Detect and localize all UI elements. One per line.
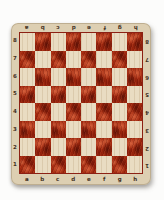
square-h1 <box>127 156 142 174</box>
square-g4 <box>112 103 127 121</box>
file-labels-top: abcdefgh <box>11 23 151 32</box>
product-photo-background: abcdefgh 87654321 87654321 abcdefgh <box>0 0 164 200</box>
square-f8 <box>96 33 111 51</box>
file-labels-bottom: abcdefgh <box>11 174 151 185</box>
rank-labels-left: 87654321 <box>11 32 19 174</box>
corner-spacer <box>143 23 151 32</box>
file-label-top-h: h <box>128 23 144 32</box>
square-h8 <box>127 33 142 51</box>
rank-labels-right: 87654321 <box>143 32 151 174</box>
square-a6 <box>20 68 35 86</box>
square-e5 <box>81 86 96 104</box>
file-label-top-a: a <box>19 23 35 32</box>
square-h6 <box>127 68 142 86</box>
rank-label-right-3: 3 <box>143 121 151 139</box>
square-d8 <box>66 33 81 51</box>
file-label-bottom-b: b <box>35 174 51 185</box>
square-c1 <box>51 156 66 174</box>
corner-spacer <box>11 174 19 185</box>
square-f6 <box>96 68 111 86</box>
square-e2 <box>81 138 96 156</box>
square-c2 <box>51 138 66 156</box>
file-label-top-c: c <box>50 23 66 32</box>
square-b4 <box>35 103 50 121</box>
square-g8 <box>112 33 127 51</box>
square-b8 <box>35 33 50 51</box>
square-f3 <box>96 121 111 139</box>
square-d4 <box>66 103 81 121</box>
square-b6 <box>35 68 50 86</box>
file-label-top-f: f <box>97 23 113 32</box>
square-f4 <box>96 103 111 121</box>
square-a7 <box>20 51 35 69</box>
corner-spacer <box>11 23 19 32</box>
square-d6 <box>66 68 81 86</box>
square-g7 <box>112 51 127 69</box>
rank-label-left-4: 4 <box>11 103 19 121</box>
square-c4 <box>51 103 66 121</box>
file-label-bottom-e: e <box>81 174 97 185</box>
rank-label-right-5: 5 <box>143 85 151 103</box>
rank-label-right-4: 4 <box>143 103 151 121</box>
square-f2 <box>96 138 111 156</box>
rank-label-left-8: 8 <box>11 32 19 50</box>
square-c7 <box>51 51 66 69</box>
square-b2 <box>35 138 50 156</box>
square-d2 <box>66 138 81 156</box>
square-g3 <box>112 121 127 139</box>
square-e6 <box>81 68 96 86</box>
file-label-bottom-h: h <box>128 174 144 185</box>
square-c8 <box>51 33 66 51</box>
square-e8 <box>81 33 96 51</box>
square-a4 <box>20 103 35 121</box>
rank-label-left-6: 6 <box>11 68 19 86</box>
playing-area <box>19 32 143 174</box>
rank-label-left-3: 3 <box>11 121 19 139</box>
square-a8 <box>20 33 35 51</box>
square-b1 <box>35 156 50 174</box>
square-g6 <box>112 68 127 86</box>
rank-label-right-7: 7 <box>143 50 151 68</box>
square-f7 <box>96 51 111 69</box>
square-c6 <box>51 68 66 86</box>
square-h2 <box>127 138 142 156</box>
square-h5 <box>127 86 142 104</box>
rank-label-right-6: 6 <box>143 68 151 86</box>
square-d5 <box>66 86 81 104</box>
chess-board: abcdefgh 87654321 87654321 abcdefgh <box>11 23 151 185</box>
square-f5 <box>96 86 111 104</box>
square-a1 <box>20 156 35 174</box>
square-b5 <box>35 86 50 104</box>
square-b7 <box>35 51 50 69</box>
rank-label-left-7: 7 <box>11 50 19 68</box>
file-label-bottom-c: c <box>50 174 66 185</box>
square-d7 <box>66 51 81 69</box>
rank-label-right-1: 1 <box>143 156 151 174</box>
board-middle: 87654321 87654321 <box>11 32 151 174</box>
file-label-bottom-f: f <box>97 174 113 185</box>
rank-label-right-2: 2 <box>143 139 151 157</box>
file-label-bottom-g: g <box>112 174 128 185</box>
square-e3 <box>81 121 96 139</box>
square-d3 <box>66 121 81 139</box>
square-e4 <box>81 103 96 121</box>
file-label-top-d: d <box>66 23 82 32</box>
square-h7 <box>127 51 142 69</box>
square-a2 <box>20 138 35 156</box>
square-c3 <box>51 121 66 139</box>
file-label-bottom-d: d <box>66 174 82 185</box>
file-label-top-b: b <box>35 23 51 32</box>
file-label-top-g: g <box>112 23 128 32</box>
square-g5 <box>112 86 127 104</box>
file-label-top-e: e <box>81 23 97 32</box>
square-c5 <box>51 86 66 104</box>
square-a3 <box>20 121 35 139</box>
square-f1 <box>96 156 111 174</box>
square-h3 <box>127 121 142 139</box>
square-d1 <box>66 156 81 174</box>
rank-label-left-1: 1 <box>11 156 19 174</box>
square-g2 <box>112 138 127 156</box>
rank-label-right-8: 8 <box>143 32 151 50</box>
square-h4 <box>127 103 142 121</box>
square-e1 <box>81 156 96 174</box>
corner-spacer <box>143 174 151 185</box>
square-a5 <box>20 86 35 104</box>
rank-label-left-5: 5 <box>11 85 19 103</box>
square-g1 <box>112 156 127 174</box>
rank-label-left-2: 2 <box>11 139 19 157</box>
square-b3 <box>35 121 50 139</box>
file-label-bottom-a: a <box>19 174 35 185</box>
square-e7 <box>81 51 96 69</box>
